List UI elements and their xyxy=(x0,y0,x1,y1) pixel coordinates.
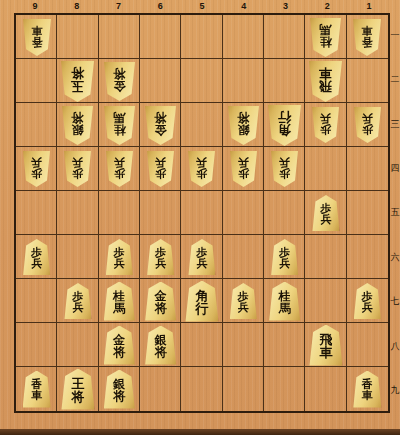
piece-gote-lance-9a[interactable]: 香車 xyxy=(23,19,51,56)
piece-gote-lance-1a[interactable]: 香車 xyxy=(353,19,381,56)
file-label-9: 9 xyxy=(14,0,56,13)
rank-label-4: 四 xyxy=(390,146,400,190)
pieces-layer: 香車桂馬香車玉将金将飛車銀将桂馬金将銀将角行歩兵歩兵歩兵歩兵歩兵歩兵歩兵歩兵歩兵… xyxy=(16,15,388,411)
piece-sente-pawn-7f[interactable]: 歩兵 xyxy=(106,239,133,275)
piece-sente-pawn-4g[interactable]: 歩兵 xyxy=(230,283,257,319)
shogi-board: 香車桂馬香車玉将金将飛車銀将桂馬金将銀将角行歩兵歩兵歩兵歩兵歩兵歩兵歩兵歩兵歩兵… xyxy=(14,13,390,413)
rank-label-1: 一 xyxy=(390,13,400,57)
piece-sente-pawn-6f[interactable]: 歩兵 xyxy=(147,239,174,275)
piece-gote-pawn-4d[interactable]: 歩兵 xyxy=(230,151,257,187)
file-label-1: 1 xyxy=(348,0,390,13)
file-label-7: 7 xyxy=(98,0,140,13)
piece-sente-knight-7g[interactable]: 桂馬 xyxy=(104,282,135,321)
piece-sente-pawn-1g[interactable]: 歩兵 xyxy=(354,283,381,319)
file-label-8: 8 xyxy=(56,0,98,13)
piece-gote-pawn-5d[interactable]: 歩兵 xyxy=(188,151,215,187)
piece-gote-pawn-1c[interactable]: 歩兵 xyxy=(354,107,381,143)
file-label-6: 6 xyxy=(139,0,181,13)
piece-sente-rook-2h[interactable]: 飛車 xyxy=(309,325,342,366)
rank-label-7: 七 xyxy=(390,280,400,324)
piece-sente-gold-7h[interactable]: 金将 xyxy=(104,326,135,365)
piece-gote-king-8b[interactable]: 玉将 xyxy=(61,61,94,102)
rank-label-2: 二 xyxy=(390,57,400,101)
file-label-4: 4 xyxy=(223,0,265,13)
piece-gote-rook-2b[interactable]: 飛車 xyxy=(309,61,342,102)
piece-gote-pawn-7d[interactable]: 歩兵 xyxy=(106,151,133,187)
piece-gote-pawn-2c[interactable]: 歩兵 xyxy=(312,107,339,143)
piece-gote-knight-7c[interactable]: 桂馬 xyxy=(104,106,135,145)
piece-gote-bishop-3c[interactable]: 角行 xyxy=(268,105,301,146)
piece-gote-pawn-9d[interactable]: 歩兵 xyxy=(23,151,50,187)
piece-sente-pawn-5f[interactable]: 歩兵 xyxy=(188,239,215,275)
piece-sente-lance-1i[interactable]: 香車 xyxy=(353,371,381,408)
piece-sente-gold-6g[interactable]: 金将 xyxy=(145,282,176,321)
piece-sente-king-8i[interactable]: 王将 xyxy=(61,369,94,410)
piece-gote-gold-7b[interactable]: 金将 xyxy=(104,62,135,101)
piece-sente-pawn-2e[interactable]: 歩兵 xyxy=(312,195,339,231)
piece-sente-knight-3g[interactable]: 桂馬 xyxy=(269,282,300,321)
piece-sente-silver-6h[interactable]: 銀将 xyxy=(145,326,176,365)
piece-gote-pawn-8d[interactable]: 歩兵 xyxy=(64,151,91,187)
piece-sente-pawn-8g[interactable]: 歩兵 xyxy=(64,283,91,319)
piece-gote-pawn-6d[interactable]: 歩兵 xyxy=(147,151,174,187)
piece-gote-silver-8c[interactable]: 銀将 xyxy=(62,106,93,145)
rank-label-5: 五 xyxy=(390,191,400,235)
file-label-3: 3 xyxy=(265,0,307,13)
file-label-2: 2 xyxy=(306,0,348,13)
rank-label-3: 三 xyxy=(390,102,400,146)
piece-gote-pawn-3d[interactable]: 歩兵 xyxy=(271,151,298,187)
file-label-5: 5 xyxy=(181,0,223,13)
piece-sente-silver-7i[interactable]: 銀将 xyxy=(104,370,135,409)
piece-gote-gold-6c[interactable]: 金将 xyxy=(145,106,176,145)
rank-label-6: 六 xyxy=(390,235,400,279)
piece-gote-knight-2a[interactable]: 桂馬 xyxy=(310,18,341,57)
piece-sente-lance-9i[interactable]: 香車 xyxy=(23,371,51,408)
piece-sente-pawn-3f[interactable]: 歩兵 xyxy=(271,239,298,275)
piece-sente-pawn-9f[interactable]: 歩兵 xyxy=(23,239,50,275)
board-bottom-edge xyxy=(0,429,400,435)
piece-sente-bishop-5g[interactable]: 角行 xyxy=(185,281,218,322)
rank-label-8: 八 xyxy=(390,324,400,368)
piece-gote-silver-4c[interactable]: 銀将 xyxy=(228,106,259,145)
rank-label-9: 九 xyxy=(390,369,400,413)
shogi-board-screen: 987654321 一二三四五六七八九 香車桂馬香車玉将金将飛車銀将桂馬金将銀将… xyxy=(0,0,400,435)
